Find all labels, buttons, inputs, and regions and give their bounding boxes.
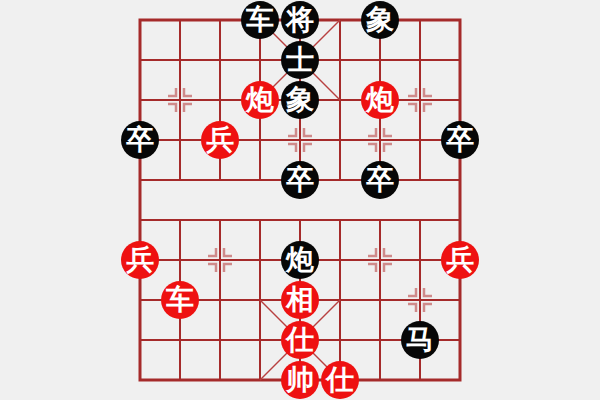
piece-black-general[interactable]: 将 bbox=[281, 1, 319, 39]
piece-red-soldier[interactable]: 兵 bbox=[441, 241, 479, 279]
piece-red-elephant[interactable]: 相 bbox=[281, 281, 319, 319]
piece-black-cannon[interactable]: 炮 bbox=[281, 241, 319, 279]
piece-black-advisor[interactable]: 士 bbox=[281, 41, 319, 79]
piece-black-soldier[interactable]: 卒 bbox=[441, 121, 479, 159]
piece-red-soldier[interactable]: 兵 bbox=[201, 121, 239, 159]
piece-black-soldier[interactable]: 卒 bbox=[361, 161, 399, 199]
piece-black-soldier[interactable]: 卒 bbox=[281, 161, 319, 199]
piece-black-elephant[interactable]: 象 bbox=[281, 81, 319, 119]
xiangqi-board: 车将象士炮象炮卒兵卒卒卒兵炮兵车相仕马帅仕 bbox=[120, 0, 480, 400]
piece-red-advisor[interactable]: 仕 bbox=[321, 361, 359, 399]
piece-black-elephant[interactable]: 象 bbox=[361, 1, 399, 39]
piece-red-cannon[interactable]: 炮 bbox=[361, 81, 399, 119]
piece-black-horse[interactable]: 马 bbox=[401, 321, 439, 359]
piece-red-chariot[interactable]: 车 bbox=[161, 281, 199, 319]
piece-red-soldier[interactable]: 兵 bbox=[121, 241, 159, 279]
piece-black-chariot[interactable]: 车 bbox=[241, 1, 279, 39]
piece-black-soldier[interactable]: 卒 bbox=[121, 121, 159, 159]
piece-red-advisor[interactable]: 仕 bbox=[281, 321, 319, 359]
piece-red-general[interactable]: 帅 bbox=[281, 361, 319, 399]
xiangqi-app: 车将象士炮象炮卒兵卒卒卒兵炮兵车相仕马帅仕 bbox=[0, 0, 600, 400]
piece-red-cannon[interactable]: 炮 bbox=[241, 81, 279, 119]
